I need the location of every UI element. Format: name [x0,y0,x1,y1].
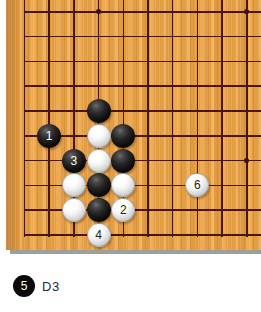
go-diagram: 13246 5 D3 [0,0,261,312]
grid-hline [24,234,261,236]
stone-black-C4: 3 [62,149,86,173]
caption-location-text: D3 [42,279,60,294]
move-number: 3 [71,155,78,167]
grid-hline [24,85,261,87]
grid-hline [24,160,261,162]
grid-hline [24,110,261,112]
caption-move-number: 5 [21,279,28,293]
grid-hline [24,185,261,187]
stone-white-D1: 4 [87,223,111,247]
move-number: 6 [194,179,201,191]
move-number: 4 [95,229,102,241]
board-drop-shadow [10,250,261,254]
stone-white-D5 [87,124,111,148]
grid-hline [24,209,261,211]
stone-black-D6 [87,99,111,123]
stone-white-C2 [62,198,86,222]
stone-black-B5: 1 [37,124,61,148]
grid-hline [24,11,261,13]
caption-move-stone: 5 [13,275,35,297]
grid-hline [24,61,261,63]
grid-hline [24,36,261,38]
stone-black-E4 [111,149,135,173]
board-left-edge-shade [6,0,22,250]
stone-black-E5 [111,124,135,148]
caption: 5 D3 [13,275,60,297]
move-number: 1 [46,130,53,142]
stone-white-D4 [87,149,111,173]
stone-black-D2 [87,198,111,222]
stone-black-D3 [87,173,111,197]
move-number: 2 [120,204,127,216]
